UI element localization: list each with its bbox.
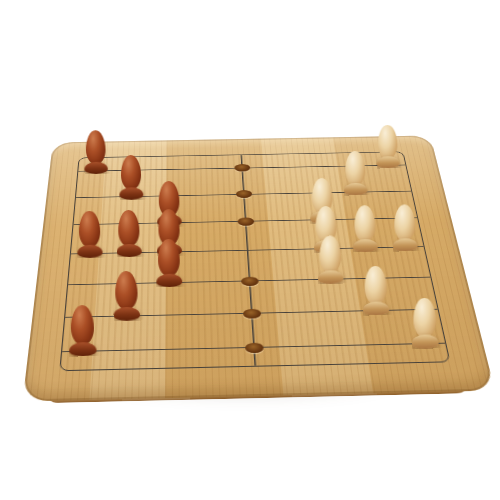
board-cell[interactable] [109, 238, 150, 269]
board-cell[interactable] [229, 265, 271, 297]
centre-hole [236, 190, 253, 198]
dark-peg[interactable] [84, 130, 108, 174]
light-peg[interactable] [344, 151, 368, 196]
board-cell[interactable] [262, 180, 302, 208]
board-cell[interactable] [225, 180, 264, 208]
centre-hole [243, 309, 262, 319]
board-cell[interactable] [316, 328, 363, 364]
light-peg[interactable] [353, 205, 379, 252]
light-peg[interactable] [317, 235, 343, 284]
board-cell[interactable] [188, 155, 225, 181]
board-cell[interactable] [151, 156, 188, 182]
product-photo-scene [0, 0, 500, 500]
board-cell[interactable] [69, 239, 111, 270]
dark-peg[interactable] [119, 155, 144, 200]
board-cell[interactable] [190, 331, 234, 367]
dark-peg[interactable] [77, 210, 103, 258]
board-cell[interactable] [372, 178, 415, 205]
board-cell[interactable] [269, 265, 312, 297]
board-cell[interactable] [388, 262, 434, 294]
board-cell[interactable] [335, 178, 377, 206]
board-cell[interactable] [149, 267, 190, 299]
board-cell[interactable] [308, 264, 352, 296]
light-peg[interactable] [363, 265, 390, 315]
board-cell[interactable] [367, 152, 408, 178]
board-cell[interactable] [274, 329, 320, 365]
dark-peg[interactable] [113, 271, 140, 321]
board-cell[interactable] [77, 157, 115, 183]
board-cell[interactable] [312, 295, 358, 329]
board-cell[interactable] [358, 327, 406, 363]
board-cell[interactable] [67, 269, 110, 302]
board-cell[interactable] [60, 334, 105, 370]
board-cell[interactable] [264, 207, 305, 236]
bamboo-board [23, 135, 495, 401]
board-cell[interactable] [104, 333, 148, 369]
centre-hole [245, 343, 264, 354]
board-cell[interactable] [227, 236, 268, 267]
light-peg[interactable] [411, 297, 439, 349]
board-cell[interactable] [188, 181, 226, 209]
board-cell[interactable] [259, 154, 298, 180]
centre-hole [234, 164, 250, 172]
board-cell[interactable] [113, 182, 151, 210]
board-cell[interactable] [231, 297, 275, 331]
board-cell[interactable] [226, 207, 266, 236]
board-cell[interactable] [295, 153, 335, 179]
centre-hole [241, 277, 259, 286]
board-cell[interactable] [147, 332, 190, 368]
board-perspective-wrapper [23, 135, 495, 401]
board-cell[interactable] [188, 208, 227, 237]
board-cell[interactable] [106, 299, 149, 333]
board-cell[interactable] [148, 299, 190, 333]
light-peg[interactable] [392, 204, 418, 251]
dark-peg[interactable] [155, 239, 182, 288]
dark-peg[interactable] [69, 305, 97, 357]
board-cell[interactable] [400, 326, 450, 362]
dark-peg[interactable] [116, 210, 142, 258]
board-cell[interactable] [266, 235, 308, 266]
board-cell[interactable] [353, 294, 400, 328]
board-cell[interactable] [75, 183, 114, 211]
board-cell[interactable] [271, 296, 316, 330]
board-cell[interactable] [189, 266, 230, 298]
centre-hole [237, 217, 254, 226]
board-cell[interactable] [343, 233, 387, 264]
board-cell[interactable] [382, 232, 427, 262]
board-cell[interactable] [190, 298, 233, 332]
board-grid [60, 152, 449, 370]
board-cell[interactable] [232, 330, 277, 366]
board-cell[interactable] [224, 155, 262, 181]
playing-field [59, 151, 450, 371]
board-cell[interactable] [189, 236, 229, 267]
light-peg[interactable] [376, 125, 400, 169]
